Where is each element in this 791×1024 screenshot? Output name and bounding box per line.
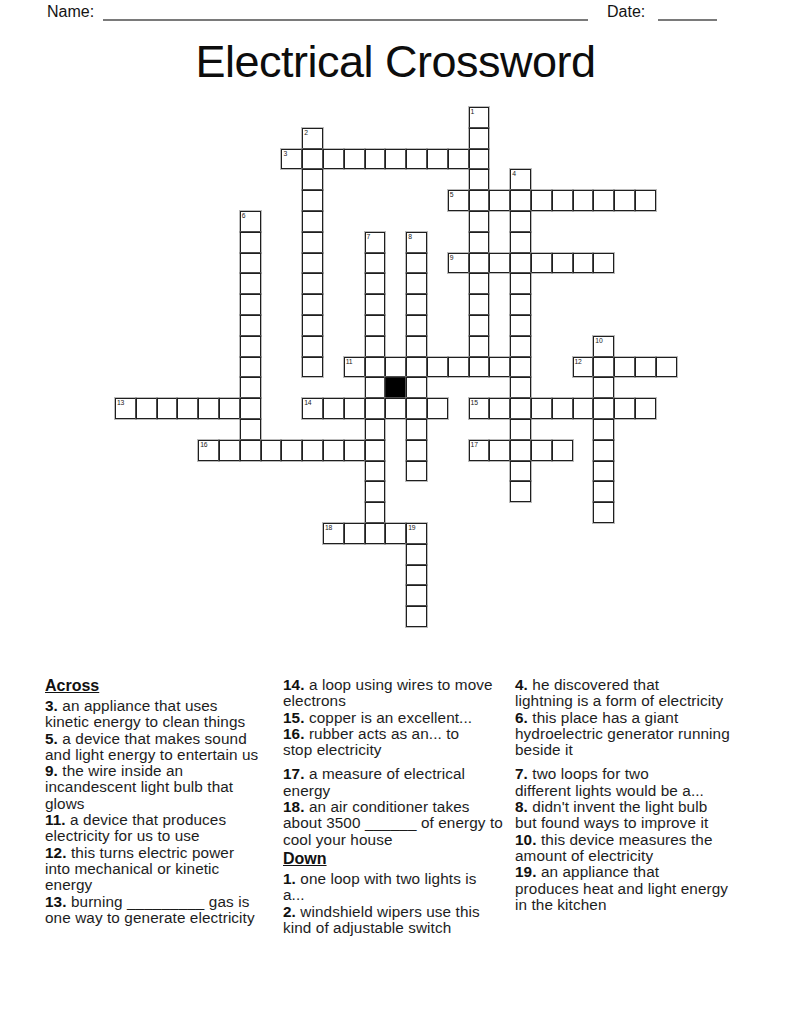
cell-r16-c11[interactable] bbox=[344, 440, 365, 461]
cell-r23-c14[interactable] bbox=[406, 585, 427, 606]
cell-r7-c19[interactable] bbox=[510, 253, 531, 274]
void-r13-c4 bbox=[198, 377, 219, 398]
cell-r2-c9[interactable] bbox=[302, 149, 323, 170]
cell-r16-c23[interactable] bbox=[593, 440, 614, 461]
void-r3-c11 bbox=[344, 169, 365, 190]
cell-r16-c19[interactable] bbox=[510, 440, 531, 461]
cell-r11-c6[interactable] bbox=[240, 336, 261, 357]
cell-r14-c19[interactable] bbox=[510, 398, 531, 419]
cell-r21-c14[interactable] bbox=[406, 544, 427, 565]
void-r2-c18 bbox=[489, 149, 510, 170]
void-r22-c12 bbox=[365, 565, 386, 586]
void-r9-c10 bbox=[323, 294, 344, 315]
cell-r15-c6[interactable] bbox=[240, 419, 261, 440]
void-r17-c6 bbox=[240, 461, 261, 482]
cell-r3-c17[interactable] bbox=[469, 169, 490, 190]
cell-r7-c6[interactable] bbox=[240, 253, 261, 274]
void-r7-c7 bbox=[261, 253, 282, 274]
cell-r6-c17[interactable] bbox=[469, 232, 490, 253]
void-r9-c5 bbox=[219, 294, 240, 315]
void-r21-c9 bbox=[302, 544, 323, 565]
void-r11-c15 bbox=[427, 336, 448, 357]
cell-r12-c25[interactable] bbox=[635, 357, 656, 378]
cell-r9-c17[interactable] bbox=[469, 294, 490, 315]
cell-r11-c17[interactable] bbox=[469, 336, 490, 357]
void-r20-c19 bbox=[510, 523, 531, 544]
cell-r14-c1[interactable] bbox=[136, 398, 157, 419]
cell-r2-c10[interactable] bbox=[323, 149, 344, 170]
void-r6-c23 bbox=[593, 232, 614, 253]
cell-r16-c18[interactable] bbox=[489, 440, 510, 461]
clue-number-9: 9. bbox=[45, 762, 58, 779]
cell-r8-c14[interactable] bbox=[406, 273, 427, 294]
cell-r16-c10[interactable] bbox=[323, 440, 344, 461]
cell-r6-c19[interactable] bbox=[510, 232, 531, 253]
void-r21-c0 bbox=[115, 544, 136, 565]
cell-r4-c18[interactable] bbox=[489, 190, 510, 211]
cell-r14-c3[interactable] bbox=[177, 398, 198, 419]
clue-across-9: 9. the wire inside an incandescent light… bbox=[45, 763, 285, 812]
cell-r2-c8[interactable]: 3 bbox=[281, 149, 302, 170]
void-r15-c22 bbox=[573, 419, 594, 440]
cell-r12-c22[interactable]: 12 bbox=[573, 357, 594, 378]
void-r24-c10 bbox=[323, 606, 344, 627]
void-r9-c4 bbox=[198, 294, 219, 315]
void-r20-c7 bbox=[261, 523, 282, 544]
void-r7-c1 bbox=[136, 253, 157, 274]
cell-r10-c17[interactable] bbox=[469, 315, 490, 336]
cell-r12-c17[interactable] bbox=[469, 357, 490, 378]
date-line[interactable] bbox=[658, 19, 717, 21]
void-r19-c3 bbox=[177, 502, 198, 523]
cell-r20-c13[interactable] bbox=[385, 523, 406, 544]
void-r0-c22 bbox=[573, 107, 594, 128]
void-r23-c12 bbox=[365, 585, 386, 606]
cell-r12-c11[interactable]: 11 bbox=[344, 357, 365, 378]
void-r23-c26 bbox=[656, 585, 677, 606]
void-r0-c24 bbox=[614, 107, 635, 128]
cell-r6-c12[interactable]: 7 bbox=[365, 232, 386, 253]
cell-r4-c20[interactable] bbox=[531, 190, 552, 211]
cell-number-9: 9 bbox=[450, 254, 454, 262]
cell-r16-c6[interactable] bbox=[240, 440, 261, 461]
void-r1-c25 bbox=[635, 128, 656, 149]
clue-number-18: 18. bbox=[283, 798, 305, 815]
cell-r20-c11[interactable] bbox=[344, 523, 365, 544]
void-r11-c8 bbox=[281, 336, 302, 357]
cell-r7-c16[interactable]: 9 bbox=[448, 253, 469, 274]
cell-r2-c11[interactable] bbox=[344, 149, 365, 170]
void-r18-c20 bbox=[531, 481, 552, 502]
void-r0-c18 bbox=[489, 107, 510, 128]
cell-r4-c24[interactable] bbox=[614, 190, 635, 211]
cell-r8-c19[interactable] bbox=[510, 273, 531, 294]
cell-r2-c16[interactable] bbox=[448, 149, 469, 170]
cell-r2-c17[interactable] bbox=[469, 149, 490, 170]
cell-r9-c19[interactable] bbox=[510, 294, 531, 315]
void-r13-c18 bbox=[489, 377, 510, 398]
void-r8-c15 bbox=[427, 273, 448, 294]
clue-text-16: rubber acts as an... to stop electricity bbox=[283, 725, 459, 758]
void-r13-c5 bbox=[219, 377, 240, 398]
void-r1-c18 bbox=[489, 128, 510, 149]
void-r11-c18 bbox=[489, 336, 510, 357]
void-r21-c1 bbox=[136, 544, 157, 565]
cell-r15-c23[interactable] bbox=[593, 419, 614, 440]
cell-r7-c23[interactable] bbox=[593, 253, 614, 274]
cell-r11-c19[interactable] bbox=[510, 336, 531, 357]
cell-r13-c14[interactable] bbox=[406, 377, 427, 398]
cell-r16-c8[interactable] bbox=[281, 440, 302, 461]
void-r12-c2 bbox=[157, 357, 178, 378]
void-r8-c18 bbox=[489, 273, 510, 294]
cell-r5-c17[interactable] bbox=[469, 211, 490, 232]
cell-r14-c2[interactable] bbox=[157, 398, 178, 419]
cell-r10-c9[interactable] bbox=[302, 315, 323, 336]
void-r2-c2 bbox=[157, 149, 178, 170]
void-r13-c9 bbox=[302, 377, 323, 398]
cell-number-11: 11 bbox=[346, 358, 353, 366]
cell-r17-c12[interactable] bbox=[365, 461, 386, 482]
void-r10-c22 bbox=[573, 315, 594, 336]
void-r8-c1 bbox=[136, 273, 157, 294]
cell-r14-c25[interactable] bbox=[635, 398, 656, 419]
cell-r12-c24[interactable] bbox=[614, 357, 635, 378]
cell-r17-c23[interactable] bbox=[593, 461, 614, 482]
void-r17-c15 bbox=[427, 461, 448, 482]
void-r13-c24 bbox=[614, 377, 635, 398]
cell-r16-c12[interactable] bbox=[365, 440, 386, 461]
void-r13-c1 bbox=[136, 377, 157, 398]
void-r14-c16 bbox=[448, 398, 469, 419]
cell-r11-c9[interactable] bbox=[302, 336, 323, 357]
cell-r6-c14[interactable]: 8 bbox=[406, 232, 427, 253]
cell-r18-c12[interactable] bbox=[365, 481, 386, 502]
void-r4-c12 bbox=[365, 190, 386, 211]
void-r22-c5 bbox=[219, 565, 240, 586]
void-r1-c2 bbox=[157, 128, 178, 149]
cell-r9-c14[interactable] bbox=[406, 294, 427, 315]
cell-r14-c24[interactable] bbox=[614, 398, 635, 419]
cell-r15-c19[interactable] bbox=[510, 419, 531, 440]
void-r5-c18 bbox=[489, 211, 510, 232]
void-r17-c10 bbox=[323, 461, 344, 482]
cell-r14-c12[interactable] bbox=[365, 398, 386, 419]
cell-r16-c7[interactable] bbox=[261, 440, 282, 461]
cell-r11-c14[interactable] bbox=[406, 336, 427, 357]
cell-r18-c19[interactable] bbox=[510, 481, 531, 502]
void-r17-c3 bbox=[177, 461, 198, 482]
cell-r7-c12[interactable] bbox=[365, 253, 386, 274]
void-r22-c4 bbox=[198, 565, 219, 586]
cell-r10-c19[interactable] bbox=[510, 315, 531, 336]
void-r24-c25 bbox=[635, 606, 656, 627]
cell-r14-c18[interactable] bbox=[489, 398, 510, 419]
cell-r7-c22[interactable] bbox=[573, 253, 594, 274]
clue-number-12: 12. bbox=[45, 844, 67, 861]
clue-number-19: 19. bbox=[515, 863, 537, 880]
void-r15-c17 bbox=[469, 419, 490, 440]
void-r4-c6 bbox=[240, 190, 261, 211]
clue-column-3: 4. he discovered that lightning is a for… bbox=[515, 677, 755, 913]
cell-r14-c9[interactable]: 14 bbox=[302, 398, 323, 419]
cell-r6-c9[interactable] bbox=[302, 232, 323, 253]
cell-r18-c23[interactable] bbox=[593, 481, 614, 502]
void-r23-c6 bbox=[240, 585, 261, 606]
void-r5-c26 bbox=[656, 211, 677, 232]
void-r18-c26 bbox=[656, 481, 677, 502]
cell-r9-c12[interactable] bbox=[365, 294, 386, 315]
cell-r7-c9[interactable] bbox=[302, 253, 323, 274]
clues-heading-across: Across bbox=[45, 677, 285, 695]
cell-r4-c16[interactable]: 5 bbox=[448, 190, 469, 211]
void-r22-c3 bbox=[177, 565, 198, 586]
cell-r10-c6[interactable] bbox=[240, 315, 261, 336]
void-r3-c20 bbox=[531, 169, 552, 190]
void-r12-c1 bbox=[136, 357, 157, 378]
cell-r14-c10[interactable] bbox=[323, 398, 344, 419]
void-r2-c3 bbox=[177, 149, 198, 170]
void-r10-c13 bbox=[385, 315, 406, 336]
clue-text-10: this device measures the amount of elect… bbox=[515, 831, 713, 864]
cell-r16-c4[interactable]: 16 bbox=[198, 440, 219, 461]
cell-r12-c15[interactable] bbox=[427, 357, 448, 378]
cell-r12-c6[interactable] bbox=[240, 357, 261, 378]
cell-r14-c13[interactable] bbox=[385, 398, 406, 419]
clue-across-11: 11. a device that produces electricity f… bbox=[45, 812, 285, 845]
void-r11-c13 bbox=[385, 336, 406, 357]
void-r3-c6 bbox=[240, 169, 261, 190]
cell-r7-c14[interactable] bbox=[406, 253, 427, 274]
cell-r13-c19[interactable] bbox=[510, 377, 531, 398]
void-r24-c15 bbox=[427, 606, 448, 627]
cell-r20-c10[interactable]: 18 bbox=[323, 523, 344, 544]
clue-text-17: a measure of electrical energy bbox=[283, 765, 465, 798]
void-r4-c4 bbox=[198, 190, 219, 211]
cell-r2-c12[interactable] bbox=[365, 149, 386, 170]
cell-r22-c14[interactable] bbox=[406, 565, 427, 586]
void-r22-c22 bbox=[573, 565, 594, 586]
void-r8-c21 bbox=[552, 273, 573, 294]
cell-r13-c23[interactable] bbox=[593, 377, 614, 398]
cell-r7-c18[interactable] bbox=[489, 253, 510, 274]
cell-r3-c19[interactable]: 4 bbox=[510, 169, 531, 190]
void-r9-c13 bbox=[385, 294, 406, 315]
cell-r5-c19[interactable] bbox=[510, 211, 531, 232]
void-r15-c20 bbox=[531, 419, 552, 440]
cell-r14-c11[interactable] bbox=[344, 398, 365, 419]
void-r20-c8 bbox=[281, 523, 302, 544]
cell-r16-c14[interactable] bbox=[406, 440, 427, 461]
void-r12-c4 bbox=[198, 357, 219, 378]
cell-r4-c17[interactable] bbox=[469, 190, 490, 211]
clue-across-3: 3. an appliance that uses kinetic energy… bbox=[45, 698, 285, 731]
cell-r12-c19[interactable] bbox=[510, 357, 531, 378]
void-r14-c26 bbox=[656, 398, 677, 419]
cell-r14-c6[interactable] bbox=[240, 398, 261, 419]
void-r23-c13 bbox=[385, 585, 406, 606]
cell-r13-c12[interactable] bbox=[365, 377, 386, 398]
void-r15-c0 bbox=[115, 419, 136, 440]
void-r3-c12 bbox=[365, 169, 386, 190]
cell-r12-c26[interactable] bbox=[656, 357, 677, 378]
cell-r16-c21[interactable] bbox=[552, 440, 573, 461]
void-r9-c7 bbox=[261, 294, 282, 315]
void-r4-c5 bbox=[219, 190, 240, 211]
cell-r14-c22[interactable] bbox=[573, 398, 594, 419]
cell-r12-c23[interactable] bbox=[593, 357, 614, 378]
cell-r14-c5[interactable] bbox=[219, 398, 240, 419]
void-r5-c13 bbox=[385, 211, 406, 232]
cell-r19-c23[interactable] bbox=[593, 502, 614, 523]
void-r9-c8 bbox=[281, 294, 302, 315]
void-r0-c10 bbox=[323, 107, 344, 128]
void-r16-c3 bbox=[177, 440, 198, 461]
cell-r2-c14[interactable] bbox=[406, 149, 427, 170]
void-r21-c19 bbox=[510, 544, 531, 565]
cell-r19-c12[interactable] bbox=[365, 502, 386, 523]
void-r24-c6 bbox=[240, 606, 261, 627]
cell-r14-c17[interactable]: 15 bbox=[469, 398, 490, 419]
cell-number-16: 16 bbox=[200, 441, 207, 449]
void-r20-c1 bbox=[136, 523, 157, 544]
clue-number-11: 11. bbox=[45, 811, 66, 828]
void-r3-c0 bbox=[115, 169, 136, 190]
void-r15-c8 bbox=[281, 419, 302, 440]
cell-r20-c12[interactable] bbox=[365, 523, 386, 544]
cell-r8-c12[interactable] bbox=[365, 273, 386, 294]
cell-r4-c19[interactable] bbox=[510, 190, 531, 211]
cell-r7-c21[interactable] bbox=[552, 253, 573, 274]
void-r13-c21 bbox=[552, 377, 573, 398]
cell-r4-c9[interactable] bbox=[302, 190, 323, 211]
void-r3-c15 bbox=[427, 169, 448, 190]
void-r23-c3 bbox=[177, 585, 198, 606]
void-r11-c16 bbox=[448, 336, 469, 357]
void-r20-c0 bbox=[115, 523, 136, 544]
void-r6-c24 bbox=[614, 232, 635, 253]
cell-r11-c23[interactable]: 10 bbox=[593, 336, 614, 357]
cell-r12-c16[interactable] bbox=[448, 357, 469, 378]
cell-r16-c9[interactable] bbox=[302, 440, 323, 461]
cell-r24-c14[interactable] bbox=[406, 606, 427, 627]
cell-r10-c12[interactable] bbox=[365, 315, 386, 336]
void-r20-c17 bbox=[469, 523, 490, 544]
cell-r14-c0[interactable]: 13 bbox=[115, 398, 136, 419]
cell-r5-c6[interactable]: 6 bbox=[240, 211, 261, 232]
void-r16-c1 bbox=[136, 440, 157, 461]
cell-r6-c6[interactable] bbox=[240, 232, 261, 253]
cell-r16-c17[interactable]: 17 bbox=[469, 440, 490, 461]
cell-r12-c9[interactable] bbox=[302, 357, 323, 378]
cell-r8-c6[interactable] bbox=[240, 273, 261, 294]
void-r0-c11 bbox=[344, 107, 365, 128]
cell-r14-c4[interactable] bbox=[198, 398, 219, 419]
void-r6-c3 bbox=[177, 232, 198, 253]
cell-r1-c9[interactable]: 2 bbox=[302, 128, 323, 149]
void-r10-c16 bbox=[448, 315, 469, 336]
cell-r12-c13[interactable] bbox=[385, 357, 406, 378]
cell-r7-c17[interactable] bbox=[469, 253, 490, 274]
void-r6-c0 bbox=[115, 232, 136, 253]
cell-r16-c20[interactable] bbox=[531, 440, 552, 461]
void-r20-c26 bbox=[656, 523, 677, 544]
cell-r4-c22[interactable] bbox=[573, 190, 594, 211]
cell-r4-c23[interactable] bbox=[593, 190, 614, 211]
cell-r20-c14[interactable]: 19 bbox=[406, 523, 427, 544]
name-line[interactable] bbox=[103, 19, 588, 21]
cell-r4-c21[interactable] bbox=[552, 190, 573, 211]
cell-r15-c14[interactable] bbox=[406, 419, 427, 440]
cell-r9-c9[interactable] bbox=[302, 294, 323, 315]
cell-number-3: 3 bbox=[283, 150, 287, 158]
void-r22-c9 bbox=[302, 565, 323, 586]
cell-r10-c14[interactable] bbox=[406, 315, 427, 336]
void-r1-c6 bbox=[240, 128, 261, 149]
cell-r14-c21[interactable] bbox=[552, 398, 573, 419]
cell-r12-c18[interactable] bbox=[489, 357, 510, 378]
void-r22-c1 bbox=[136, 565, 157, 586]
void-r21-c5 bbox=[219, 544, 240, 565]
cell-r17-c14[interactable] bbox=[406, 461, 427, 482]
void-r6-c10 bbox=[323, 232, 344, 253]
cell-r14-c15[interactable] bbox=[427, 398, 448, 419]
cell-r7-c20[interactable] bbox=[531, 253, 552, 274]
void-r8-c0 bbox=[115, 273, 136, 294]
void-r11-c11 bbox=[344, 336, 365, 357]
cell-r14-c14[interactable] bbox=[406, 398, 427, 419]
void-r4-c13 bbox=[385, 190, 406, 211]
void-r18-c18 bbox=[489, 481, 510, 502]
void-r9-c20 bbox=[531, 294, 552, 315]
cell-r3-c9[interactable] bbox=[302, 169, 323, 190]
void-r2-c19 bbox=[510, 149, 531, 170]
cell-r2-c13[interactable] bbox=[385, 149, 406, 170]
void-r8-c25 bbox=[635, 273, 656, 294]
cell-r11-c12[interactable] bbox=[365, 336, 386, 357]
void-r10-c4 bbox=[198, 315, 219, 336]
clue-number-10: 10. bbox=[515, 831, 537, 848]
void-r18-c3 bbox=[177, 481, 198, 502]
cell-r16-c5[interactable] bbox=[219, 440, 240, 461]
cell-r0-c17[interactable]: 1 bbox=[469, 107, 490, 128]
void-r10-c23 bbox=[593, 315, 614, 336]
cell-r17-c19[interactable] bbox=[510, 461, 531, 482]
cell-r9-c6[interactable] bbox=[240, 294, 261, 315]
cell-r8-c9[interactable] bbox=[302, 273, 323, 294]
cell-r8-c17[interactable] bbox=[469, 273, 490, 294]
void-r15-c7 bbox=[261, 419, 282, 440]
clue-number-13: 13. bbox=[45, 893, 67, 910]
void-r8-c16 bbox=[448, 273, 469, 294]
void-r24-c3 bbox=[177, 606, 198, 627]
void-r24-c19 bbox=[510, 606, 531, 627]
cell-r12-c12[interactable] bbox=[365, 357, 386, 378]
cell-r13-c6[interactable] bbox=[240, 377, 261, 398]
void-r23-c8 bbox=[281, 585, 302, 606]
cell-r2-c15[interactable] bbox=[427, 149, 448, 170]
cell-r14-c23[interactable] bbox=[593, 398, 614, 419]
cell-r5-c9[interactable] bbox=[302, 211, 323, 232]
cell-r15-c12[interactable] bbox=[365, 419, 386, 440]
void-r23-c17 bbox=[469, 585, 490, 606]
void-r11-c10 bbox=[323, 336, 344, 357]
cell-r14-c20[interactable] bbox=[531, 398, 552, 419]
cell-r12-c14[interactable] bbox=[406, 357, 427, 378]
cell-r1-c17[interactable] bbox=[469, 128, 490, 149]
void-r0-c19 bbox=[510, 107, 531, 128]
cell-r4-c25[interactable] bbox=[635, 190, 656, 211]
